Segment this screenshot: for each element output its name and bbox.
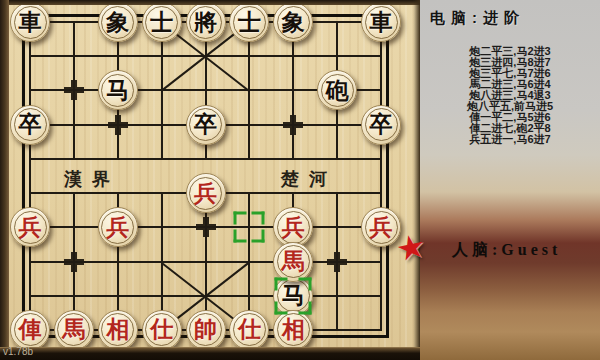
- piece-red-e9[interactable]: 帥: [186, 310, 226, 350]
- board-frame-bottom: [0, 347, 420, 360]
- piece-black-e0[interactable]: 將: [186, 2, 226, 42]
- piece-black-d0[interactable]: 士: [142, 2, 182, 42]
- piece-char: 士: [150, 11, 173, 34]
- piece-red-c6[interactable]: 兵: [98, 207, 138, 247]
- human-player-label: 人脑:Guest: [452, 240, 561, 261]
- piece-red-f9[interactable]: 仕: [229, 310, 269, 350]
- piece-red-e5[interactable]: 兵: [186, 173, 226, 213]
- turn-star-icon: ★: [393, 228, 429, 266]
- piece-black-a3[interactable]: 卒: [10, 105, 50, 145]
- point-marker: [327, 252, 347, 272]
- point-marker: [196, 217, 216, 237]
- piece-char: 車: [19, 11, 42, 34]
- piece-black-i3[interactable]: 卒: [361, 105, 401, 145]
- piece-char: 相: [106, 318, 129, 341]
- board-frame-left: [0, 0, 9, 360]
- piece-char: 卒: [194, 113, 217, 136]
- piece-char: 兵: [370, 216, 393, 239]
- piece-char: 兵: [19, 216, 42, 239]
- piece-black-f0[interactable]: 士: [229, 2, 269, 42]
- piece-char: 相: [282, 318, 305, 341]
- piece-char: 卒: [19, 113, 42, 136]
- piece-red-b9[interactable]: 馬: [54, 310, 94, 350]
- piece-char: 車: [370, 11, 393, 34]
- piece-red-d9[interactable]: 仕: [142, 310, 182, 350]
- piece-char: 卒: [370, 113, 393, 136]
- piece-black-c2[interactable]: 马: [98, 70, 138, 110]
- piece-char: 俥: [19, 318, 42, 341]
- move-list: 炮二平三,马2进3炮三进四,马8进7炮三平七,马7进6馬二进三,马6进4炮八进三…: [420, 46, 600, 145]
- point-marker: [64, 80, 84, 100]
- river-label-hanjie: 漢界: [64, 167, 120, 189]
- piece-red-g9[interactable]: 相: [273, 310, 313, 350]
- version-label: v1.78b: [3, 346, 33, 357]
- board-frame-right: [413, 0, 420, 360]
- piece-char: 馬: [282, 250, 305, 273]
- piece-black-a0[interactable]: 車: [10, 2, 50, 42]
- piece-char: 兵: [194, 182, 217, 205]
- river-label-chuhe: 楚河: [281, 167, 337, 189]
- piece-char: 象: [106, 11, 129, 34]
- piece-red-a6[interactable]: 兵: [10, 207, 50, 247]
- point-marker: [283, 115, 303, 135]
- piece-char: 兵: [106, 216, 129, 239]
- last-move-to-mark: [275, 277, 312, 314]
- piece-red-c9[interactable]: 相: [98, 310, 138, 350]
- piece-black-h2[interactable]: 砲: [317, 70, 357, 110]
- sidebar: 电脑:进阶 炮二平三,马2进3炮三进四,马8进7炮三平七,马7进6馬二进三,马6…: [420, 0, 600, 360]
- piece-black-g0[interactable]: 象: [273, 2, 313, 42]
- piece-char: 將: [194, 11, 217, 34]
- piece-char: 士: [238, 11, 261, 34]
- xiangqi-board[interactable]: 漢界 楚河 車象士將士象車马砲卒卒卒马兵兵兵兵兵馬俥馬相仕帥仕相 v1.78b: [0, 0, 420, 360]
- piece-char: 象: [282, 11, 305, 34]
- piece-char: 仕: [150, 318, 173, 341]
- piece-black-c0[interactable]: 象: [98, 2, 138, 42]
- move-list-row: 兵五进一,马6进7: [420, 134, 600, 145]
- piece-char: 砲: [326, 79, 349, 102]
- piece-char: 仕: [238, 318, 261, 341]
- piece-black-e3[interactable]: 卒: [186, 105, 226, 145]
- piece-black-i0[interactable]: 車: [361, 2, 401, 42]
- piece-char: 帥: [194, 318, 217, 341]
- piece-char: 兵: [282, 216, 305, 239]
- point-marker: [108, 115, 128, 135]
- piece-red-a9[interactable]: 俥: [10, 310, 50, 350]
- piece-red-g7[interactable]: 馬: [273, 242, 313, 282]
- board-frame-top: [0, 0, 420, 5]
- last-move-from-mark: [234, 212, 265, 243]
- piece-char: 馬: [62, 318, 85, 341]
- point-marker: [64, 252, 84, 272]
- piece-char: 马: [106, 79, 129, 102]
- computer-player-label: 电脑:进阶: [430, 9, 525, 28]
- xiangqi-app: 漢界 楚河 車象士將士象車马砲卒卒卒马兵兵兵兵兵馬俥馬相仕帥仕相 v1.78b …: [0, 0, 600, 360]
